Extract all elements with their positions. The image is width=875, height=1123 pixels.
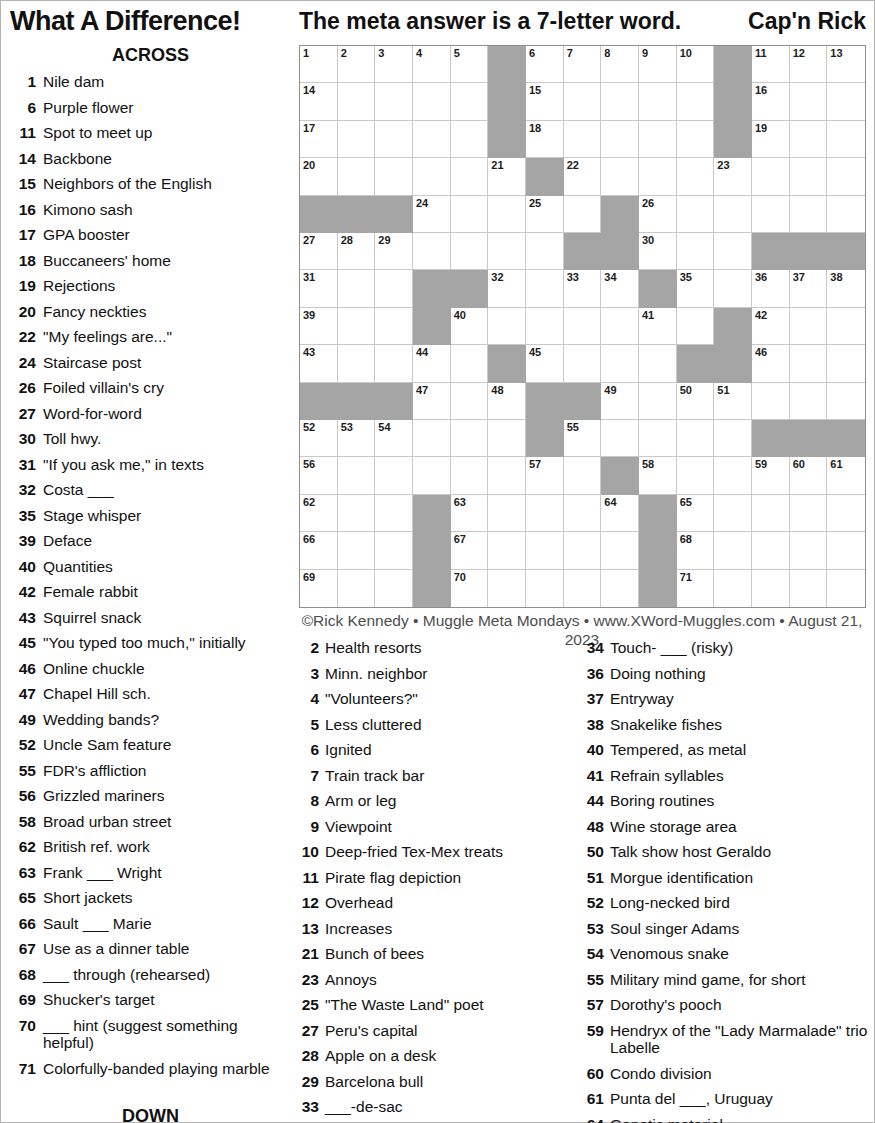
cell-r9c4[interactable]: 44 [413, 345, 451, 382]
cell-number: 56 [303, 458, 315, 470]
cell-r4c9[interactable] [601, 158, 639, 195]
clue-text: Purple flower [43, 99, 291, 117]
cell-r9c13[interactable]: 46 [752, 345, 790, 382]
clue-text: Wedding bands? [43, 711, 291, 729]
cell-r2c4[interactable] [413, 83, 451, 120]
cell-r4c8[interactable]: 22 [564, 158, 602, 195]
cell-r11c9[interactable] [601, 420, 639, 457]
cell-r11c13-block [752, 420, 790, 457]
cell-r11c12[interactable] [714, 420, 752, 457]
cell-r10c15[interactable] [827, 383, 865, 420]
across-clue-56: 56Grizzled mariners [10, 787, 291, 805]
cell-r4c15[interactable] [827, 158, 865, 195]
clue-text: Bunch of bees [325, 945, 577, 963]
down-clue-27: 27Peru's capital [297, 1022, 577, 1040]
cell-r11c5[interactable] [451, 420, 489, 457]
cell-r12c2[interactable] [338, 457, 376, 494]
clue-number: 12 [297, 894, 319, 912]
cell-r4c3[interactable] [375, 158, 413, 195]
cell-r12c6[interactable] [488, 457, 526, 494]
cell-number: 59 [755, 458, 767, 470]
across-clue-list: 1Nile dam6Purple flower11Spot to meet up… [10, 73, 291, 1077]
clue-number: 6 [10, 99, 36, 117]
cell-r14c14[interactable] [790, 532, 828, 569]
cell-r7c1[interactable]: 31 [300, 270, 338, 307]
cell-r10c13[interactable] [752, 383, 790, 420]
cell-r7c8[interactable]: 33 [564, 270, 602, 307]
cell-r12c4[interactable] [413, 457, 451, 494]
cell-r1c15[interactable]: 13 [827, 46, 865, 83]
cell-r12c1[interactable]: 56 [300, 457, 338, 494]
cell-r1c1[interactable]: 1 [300, 46, 338, 83]
clue-number: 11 [297, 869, 319, 887]
cell-r13c3[interactable] [375, 495, 413, 532]
clue-number: 62 [10, 838, 36, 856]
clue-text: Sault ___ Marie [43, 915, 291, 933]
cell-r8c9[interactable] [601, 308, 639, 345]
cell-number: 55 [567, 421, 579, 433]
clue-text: Genetic material [610, 1116, 872, 1123]
cell-r9c10[interactable] [639, 345, 677, 382]
cell-r13c6[interactable] [488, 495, 526, 532]
cell-r7c13[interactable]: 36 [752, 270, 790, 307]
cell-r7c14[interactable]: 37 [790, 270, 828, 307]
cell-r7c7[interactable] [526, 270, 564, 307]
cell-r1c13[interactable]: 11 [752, 46, 790, 83]
cell-r14c2[interactable] [338, 532, 376, 569]
cell-r6c12[interactable] [714, 233, 752, 270]
cell-r5c6[interactable] [488, 196, 526, 233]
clue-number: 15 [10, 175, 36, 193]
cell-r12c15[interactable]: 61 [827, 457, 865, 494]
cell-r8c8[interactable] [564, 308, 602, 345]
cell-r3c7[interactable]: 18 [526, 121, 564, 158]
cell-r5c11[interactable] [677, 196, 715, 233]
cell-r2c11[interactable] [677, 83, 715, 120]
clue-text: Foiled villain's cry [43, 379, 291, 397]
across-clue-31: 31"If you ask me," in texts [10, 456, 291, 474]
across-clue-14: 14Backbone [10, 150, 291, 168]
cell-r9c1[interactable]: 43 [300, 345, 338, 382]
cell-r4c7-block [526, 158, 564, 195]
cell-r13c14[interactable] [790, 495, 828, 532]
cell-r4c13[interactable] [752, 158, 790, 195]
cell-r11c6[interactable] [488, 420, 526, 457]
cell-r6c6[interactable] [488, 233, 526, 270]
cell-number: 19 [755, 122, 767, 134]
down-clue-64: 64Genetic material [582, 1116, 872, 1123]
clue-number: 55 [582, 971, 604, 989]
cell-r10c10[interactable] [639, 383, 677, 420]
cell-r6c4[interactable] [413, 233, 451, 270]
cell-r13c11[interactable]: 65 [677, 495, 715, 532]
cell-number: 46 [755, 346, 767, 358]
cell-r7c6[interactable]: 32 [488, 270, 526, 307]
clue-text: ___ through (rehearsed) [43, 966, 291, 984]
cell-number: 8 [604, 47, 610, 59]
cell-r9c5[interactable] [451, 345, 489, 382]
cell-r13c15[interactable] [827, 495, 865, 532]
down-clue-38: 38Snakelike fishes [582, 716, 872, 734]
cell-r12c3[interactable] [375, 457, 413, 494]
cell-r4c4[interactable] [413, 158, 451, 195]
cell-r11c15-block [827, 420, 865, 457]
clue-text: Long-necked bird [610, 894, 872, 912]
cell-r5c15[interactable] [827, 196, 865, 233]
clue-text: Spot to meet up [43, 124, 291, 142]
cell-r3c5[interactable] [451, 121, 489, 158]
cell-r12c5[interactable] [451, 457, 489, 494]
cell-r10c6[interactable]: 48 [488, 383, 526, 420]
cell-number: 52 [303, 421, 315, 433]
cell-r5c8[interactable] [564, 196, 602, 233]
cell-r4c6[interactable]: 21 [488, 158, 526, 195]
across-clue-6: 6Purple flower [10, 99, 291, 117]
cell-r12c13[interactable]: 59 [752, 457, 790, 494]
cell-r13c5[interactable]: 63 [451, 495, 489, 532]
cell-r9c2[interactable] [338, 345, 376, 382]
cell-r2c15[interactable] [827, 83, 865, 120]
cell-r5c9-block [601, 196, 639, 233]
across-clue-19: 19Rejections [10, 277, 291, 295]
cell-r15c14[interactable] [790, 570, 828, 607]
clue-text: Deep-fried Tex-Mex treats [325, 843, 577, 861]
cell-r3c15[interactable] [827, 121, 865, 158]
cell-r14c15[interactable] [827, 532, 865, 569]
cell-r12c14[interactable]: 60 [790, 457, 828, 494]
clue-number: 52 [10, 736, 36, 754]
cell-r9c14[interactable] [790, 345, 828, 382]
down-clue-10: 10Deep-fried Tex-Mex treats [297, 843, 577, 861]
cell-r10c5[interactable] [451, 383, 489, 420]
cell-r8c15[interactable] [827, 308, 865, 345]
cell-r2c10[interactable] [639, 83, 677, 120]
cell-r13c2[interactable] [338, 495, 376, 532]
cell-r1c9[interactable]: 8 [601, 46, 639, 83]
cell-r13c7[interactable] [526, 495, 564, 532]
cell-r15c5[interactable]: 70 [451, 570, 489, 607]
clue-text: Arm or leg [325, 792, 577, 810]
cell-r10c11[interactable]: 50 [677, 383, 715, 420]
cell-r5c5[interactable] [451, 196, 489, 233]
cell-r7c9[interactable]: 34 [601, 270, 639, 307]
cell-r13c1[interactable]: 62 [300, 495, 338, 532]
cell-r5c7[interactable]: 25 [526, 196, 564, 233]
cell-r2c13[interactable]: 16 [752, 83, 790, 120]
crossword-grid[interactable]: 1234567891011121314151617181920212223242… [299, 45, 866, 608]
cell-r3c10[interactable] [639, 121, 677, 158]
cell-r5c13[interactable] [752, 196, 790, 233]
clue-text: Short jackets [43, 889, 291, 907]
across-clue-40: 40Quantities [10, 558, 291, 576]
cell-r8c6[interactable] [488, 308, 526, 345]
cell-r13c9[interactable]: 64 [601, 495, 639, 532]
cell-r8c14[interactable] [790, 308, 828, 345]
clue-text: "You typed too much," initially [43, 634, 291, 652]
cell-r15c6[interactable] [488, 570, 526, 607]
cell-r9c9[interactable] [601, 345, 639, 382]
cell-r3c4[interactable] [413, 121, 451, 158]
down-clue-5: 5Less cluttered [297, 716, 577, 734]
down-clue-59: 59Hendryx of the "Lady Marmalade" trio L… [582, 1022, 872, 1057]
cell-r4c2[interactable] [338, 158, 376, 195]
clue-number: 65 [10, 889, 36, 907]
clue-number: 63 [10, 864, 36, 882]
cell-r12c8[interactable] [564, 457, 602, 494]
clue-text: Costa ___ [43, 481, 291, 499]
cell-r11c2[interactable]: 53 [338, 420, 376, 457]
cell-r6c2[interactable]: 28 [338, 233, 376, 270]
cell-r6c10[interactable]: 30 [639, 233, 677, 270]
cell-r14c5[interactable]: 67 [451, 532, 489, 569]
cell-r3c14[interactable] [790, 121, 828, 158]
cell-r10c14[interactable] [790, 383, 828, 420]
cell-r1c4[interactable]: 4 [413, 46, 451, 83]
cell-r7c12[interactable] [714, 270, 752, 307]
clue-text: Venomous snake [610, 945, 872, 963]
cell-r6c15-block [827, 233, 865, 270]
cell-number: 53 [341, 421, 353, 433]
cell-r1c14[interactable]: 12 [790, 46, 828, 83]
clue-number: 25 [297, 996, 319, 1014]
cell-r15c13[interactable] [752, 570, 790, 607]
cell-r11c11[interactable] [677, 420, 715, 457]
clue-number: 71 [10, 1060, 36, 1078]
down-clue-61: 61Punta del ___, Uruguay [582, 1090, 872, 1108]
author-byline: Cap'n Rick [748, 7, 866, 35]
cell-r1c6-block [488, 46, 526, 83]
cell-r15c2[interactable] [338, 570, 376, 607]
clue-text: Snakelike fishes [610, 716, 872, 734]
cell-r3c2[interactable] [338, 121, 376, 158]
cell-r6c5[interactable] [451, 233, 489, 270]
cell-r7c10-block [639, 270, 677, 307]
cell-r9c7[interactable]: 45 [526, 345, 564, 382]
clue-text: Toll hwy. [43, 430, 291, 448]
cell-r7c11[interactable]: 35 [677, 270, 715, 307]
cell-number: 67 [454, 533, 466, 545]
cell-r8c13[interactable]: 42 [752, 308, 790, 345]
clue-text: "Volunteers?" [325, 690, 577, 708]
cell-r2c3[interactable] [375, 83, 413, 120]
clue-text: Train track bar [325, 767, 577, 785]
clue-number: 55 [10, 762, 36, 780]
cell-r2c2[interactable] [338, 83, 376, 120]
cell-r8c2[interactable] [338, 308, 376, 345]
clue-number: 52 [582, 894, 604, 912]
across-clue-69: 69Shucker's target [10, 991, 291, 1009]
clue-number: 49 [10, 711, 36, 729]
cell-r14c1[interactable]: 66 [300, 532, 338, 569]
cell-r9c8[interactable] [564, 345, 602, 382]
cell-r4c14[interactable] [790, 158, 828, 195]
cell-r4c1[interactable]: 20 [300, 158, 338, 195]
cell-r2c7[interactable]: 15 [526, 83, 564, 120]
cell-r6c7[interactable] [526, 233, 564, 270]
cell-r13c12[interactable] [714, 495, 752, 532]
cell-r14c11[interactable]: 68 [677, 532, 715, 569]
cell-r2c1[interactable]: 14 [300, 83, 338, 120]
clue-text: Ignited [325, 741, 577, 759]
cell-number: 45 [529, 346, 541, 358]
clue-text: British ref. work [43, 838, 291, 856]
cell-r6c11[interactable] [677, 233, 715, 270]
cell-r2c12-block [714, 83, 752, 120]
cell-r11c8[interactable]: 55 [564, 420, 602, 457]
cell-r11c3[interactable]: 54 [375, 420, 413, 457]
across-clue-68: 68___ through (rehearsed) [10, 966, 291, 984]
clue-text: Doing nothing [610, 665, 872, 683]
cell-r15c3[interactable] [375, 570, 413, 607]
down-clue-37: 37Entryway [582, 690, 872, 708]
clue-number: 53 [582, 920, 604, 938]
across-clue-46: 46Online chuckle [10, 660, 291, 678]
cell-r9c3[interactable] [375, 345, 413, 382]
cell-r15c4-block [413, 570, 451, 607]
cell-r2c14[interactable] [790, 83, 828, 120]
cell-r12c7[interactable]: 57 [526, 457, 564, 494]
cell-r1c5[interactable]: 5 [451, 46, 489, 83]
clue-number: 10 [297, 843, 319, 861]
cell-r13c13[interactable] [752, 495, 790, 532]
cell-r5c4[interactable]: 24 [413, 196, 451, 233]
clue-number: 46 [10, 660, 36, 678]
cell-r3c3[interactable] [375, 121, 413, 158]
cell-r4c10[interactable] [639, 158, 677, 195]
cell-r2c8[interactable] [564, 83, 602, 120]
cell-r14c13[interactable] [752, 532, 790, 569]
cell-r2c9[interactable] [601, 83, 639, 120]
cell-r15c9[interactable] [601, 570, 639, 607]
clue-number: 28 [297, 1047, 319, 1065]
cell-r4c12[interactable]: 23 [714, 158, 752, 195]
down-clue-51: 51Morgue identification [582, 869, 872, 887]
cell-r15c11[interactable]: 71 [677, 570, 715, 607]
cell-r10c7-block [526, 383, 564, 420]
cell-r9c15[interactable] [827, 345, 865, 382]
cell-r5c14[interactable] [790, 196, 828, 233]
cell-r10c4[interactable]: 47 [413, 383, 451, 420]
cell-r7c3[interactable] [375, 270, 413, 307]
cell-r12c9-block [601, 457, 639, 494]
cell-number: 30 [642, 234, 654, 246]
cell-r3c13[interactable]: 19 [752, 121, 790, 158]
cell-r1c3[interactable]: 3 [375, 46, 413, 83]
cell-number: 1 [303, 47, 309, 59]
across-clue-45: 45"You typed too much," initially [10, 634, 291, 652]
cell-r15c7[interactable] [526, 570, 564, 607]
across-clue-16: 16Kimono sash [10, 201, 291, 219]
cell-number: 58 [642, 458, 654, 470]
cell-r3c11[interactable] [677, 121, 715, 158]
cell-r8c10[interactable]: 41 [639, 308, 677, 345]
cell-r6c1[interactable]: 27 [300, 233, 338, 270]
cell-r14c6[interactable] [488, 532, 526, 569]
cell-r1c11[interactable]: 10 [677, 46, 715, 83]
cell-r8c3[interactable] [375, 308, 413, 345]
cell-r4c5[interactable] [451, 158, 489, 195]
cell-r1c10[interactable]: 9 [639, 46, 677, 83]
cell-r6c3[interactable]: 29 [375, 233, 413, 270]
cell-r14c8[interactable] [564, 532, 602, 569]
cell-r2c5[interactable] [451, 83, 489, 120]
cell-r1c8[interactable]: 7 [564, 46, 602, 83]
cell-r11c4[interactable] [413, 420, 451, 457]
cell-r15c15[interactable] [827, 570, 865, 607]
down-clue-55: 55Military mind game, for short [582, 971, 872, 989]
clue-number: 57 [582, 996, 604, 1014]
cell-number: 33 [567, 271, 579, 283]
clue-number: 64 [582, 1116, 604, 1123]
cell-r11c1[interactable]: 52 [300, 420, 338, 457]
cell-r14c12[interactable] [714, 532, 752, 569]
cell-r3c8[interactable] [564, 121, 602, 158]
cell-r5c1-block [300, 196, 338, 233]
cell-r12c12[interactable] [714, 457, 752, 494]
clue-text: Neighbors of the English [43, 175, 291, 193]
cell-r9c12-block [714, 345, 752, 382]
across-clue-22: 22"My feelings are..." [10, 328, 291, 346]
cell-r8c1[interactable]: 39 [300, 308, 338, 345]
cell-r14c3[interactable] [375, 532, 413, 569]
cell-r8c7[interactable] [526, 308, 564, 345]
clue-text: FDR's affliction [43, 762, 291, 780]
cell-r5c12[interactable] [714, 196, 752, 233]
cell-number: 21 [491, 159, 503, 171]
cell-r15c8[interactable] [564, 570, 602, 607]
cell-r3c9[interactable] [601, 121, 639, 158]
across-clue-66: 66Sault ___ Marie [10, 915, 291, 933]
cell-r7c2[interactable] [338, 270, 376, 307]
cell-r10c3-block [375, 383, 413, 420]
cell-number: 71 [680, 571, 692, 583]
across-clue-55: 55FDR's affliction [10, 762, 291, 780]
clue-number: 47 [10, 685, 36, 703]
across-clue-62: 62British ref. work [10, 838, 291, 856]
cell-r10c12[interactable]: 51 [714, 383, 752, 420]
clue-text: Overhead [325, 894, 577, 912]
cell-r3c1[interactable]: 17 [300, 121, 338, 158]
cell-number: 66 [303, 533, 315, 545]
clue-number: 67 [10, 940, 36, 958]
cell-r12c10[interactable]: 58 [639, 457, 677, 494]
cell-r14c9[interactable] [601, 532, 639, 569]
cell-r1c7[interactable]: 6 [526, 46, 564, 83]
cell-r8c11[interactable] [677, 308, 715, 345]
clue-number: 6 [297, 741, 319, 759]
cell-number: 26 [642, 197, 654, 209]
cell-r10c9[interactable]: 49 [601, 383, 639, 420]
cell-r13c8[interactable] [564, 495, 602, 532]
cell-r14c7[interactable] [526, 532, 564, 569]
cell-r1c2[interactable]: 2 [338, 46, 376, 83]
clue-text: Online chuckle [43, 660, 291, 678]
cell-r11c10[interactable] [639, 420, 677, 457]
cell-r7c15[interactable]: 38 [827, 270, 865, 307]
cell-r15c1[interactable]: 69 [300, 570, 338, 607]
across-clue-49: 49Wedding bands? [10, 711, 291, 729]
cell-r5c3-block [375, 196, 413, 233]
cell-number: 54 [378, 421, 390, 433]
cell-r8c5[interactable]: 40 [451, 308, 489, 345]
cell-r12c11[interactable] [677, 457, 715, 494]
cell-r5c10[interactable]: 26 [639, 196, 677, 233]
cell-r4c11[interactable] [677, 158, 715, 195]
cell-r13c4-block [413, 495, 451, 532]
clue-text: Refrain syllables [610, 767, 872, 785]
cell-r15c12[interactable] [714, 570, 752, 607]
cell-number: 11 [755, 47, 767, 59]
